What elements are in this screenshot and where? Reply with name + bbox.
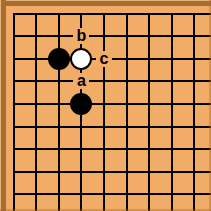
board-grid: bca: [2, 2, 211, 211]
grid-vline: [171, 115, 173, 138]
grid-vline: [126, 183, 128, 206]
board-point: [47, 25, 70, 48]
board-point: [25, 70, 48, 93]
grid-vline: [13, 115, 15, 138]
grid-vline: [193, 183, 195, 206]
board-point: [183, 93, 206, 116]
grid-vline: [58, 183, 60, 206]
board-point: c: [93, 47, 116, 70]
board-point: a: [70, 70, 93, 93]
white-stone: [70, 48, 92, 70]
grid-vline: [58, 160, 60, 183]
board-point: [93, 93, 116, 116]
grid-vline: [103, 160, 105, 183]
grid-vline: [126, 13, 128, 25]
board-point: [183, 183, 206, 206]
board-point: [183, 70, 206, 93]
black-stone: [70, 93, 92, 115]
board-crop-shade-bottom: [0, 209, 211, 211]
grid-vline: [126, 25, 128, 48]
grid-vline: [126, 115, 128, 138]
grid-vline: [58, 25, 60, 48]
board-point: [47, 138, 70, 161]
board-point: [47, 47, 70, 70]
board-point: [138, 70, 161, 93]
board-point: [138, 93, 161, 116]
board-point: [183, 47, 206, 70]
board-point: [25, 47, 48, 70]
grid-vline: [126, 47, 128, 70]
board-point: [138, 47, 161, 70]
grid-vline: [171, 47, 173, 70]
board-point: [138, 25, 161, 48]
grid-vline: [193, 70, 195, 93]
board-edge-top: [0, 0, 211, 6]
go-board-diagram: bca: [0, 0, 211, 211]
board-point: [115, 93, 138, 116]
board-point: [25, 138, 48, 161]
board-point: [160, 115, 183, 138]
board-point: [160, 138, 183, 161]
board-point: [160, 47, 183, 70]
grid-vline: [126, 138, 128, 161]
board-point: [160, 93, 183, 116]
board-point: [25, 160, 48, 183]
grid-vline: [58, 13, 60, 25]
grid-vline: [103, 138, 105, 161]
grid-vline: [35, 183, 37, 206]
point-label-b: b: [73, 28, 89, 44]
board-edge-left: [0, 0, 6, 211]
board-point: [160, 183, 183, 206]
board-point: [93, 25, 116, 48]
grid-vline: [193, 25, 195, 48]
board-point: [183, 160, 206, 183]
grid-vline: [35, 70, 37, 93]
grid-vline: [126, 70, 128, 93]
grid-vline: [58, 70, 60, 93]
board-point: [183, 115, 206, 138]
grid-vline: [148, 25, 150, 48]
board-point: [115, 115, 138, 138]
black-stone: [48, 48, 70, 70]
grid-vline: [171, 183, 173, 206]
grid-vline: [80, 160, 82, 183]
grid-vline: [171, 138, 173, 161]
grid-vline: [148, 13, 150, 25]
grid-vline: [58, 138, 60, 161]
board-point: [25, 115, 48, 138]
grid-vline: [193, 47, 195, 70]
grid-vline: [171, 13, 173, 25]
board-point: [115, 25, 138, 48]
board-point: [138, 138, 161, 161]
grid-vline: [13, 13, 15, 25]
grid-vline: [148, 47, 150, 70]
grid-vline: [13, 25, 15, 48]
board-point: [93, 70, 116, 93]
board-point: [47, 93, 70, 116]
grid-vline: [80, 13, 82, 25]
grid-vline: [171, 93, 173, 116]
grid-vline: [148, 70, 150, 93]
grid-vline: [171, 160, 173, 183]
grid-vline: [103, 183, 105, 206]
grid-vline: [193, 13, 195, 25]
grid-vline: [35, 138, 37, 161]
grid-vline: [35, 93, 37, 116]
grid-vline: [80, 138, 82, 161]
board-point: [115, 47, 138, 70]
grid-vline: [103, 93, 105, 116]
board-point: [25, 183, 48, 206]
grid-vline: [193, 93, 195, 116]
grid-vline: [35, 160, 37, 183]
board-point: [70, 115, 93, 138]
board-point: [183, 138, 206, 161]
board-point: [160, 25, 183, 48]
board-point: [115, 70, 138, 93]
grid-vline: [126, 93, 128, 116]
grid-vline: [13, 160, 15, 183]
grid-vline: [80, 183, 82, 206]
board-point: [93, 138, 116, 161]
board-point: [138, 183, 161, 206]
board-point: [47, 70, 70, 93]
grid-vline: [13, 47, 15, 70]
board-point: [70, 93, 93, 116]
board-point: b: [70, 25, 93, 48]
board-point: [115, 138, 138, 161]
board-point: [138, 115, 161, 138]
grid-vline: [13, 93, 15, 116]
board-point: [47, 160, 70, 183]
grid-vline: [58, 115, 60, 138]
grid-vline: [148, 183, 150, 206]
grid-vline: [148, 138, 150, 161]
grid-vline: [103, 70, 105, 93]
point-label-c: c: [96, 51, 112, 67]
board-point: [183, 25, 206, 48]
grid-vline: [103, 13, 105, 25]
grid-vline: [171, 25, 173, 48]
board-point: [93, 183, 116, 206]
grid-vline: [148, 93, 150, 116]
board-point: [25, 93, 48, 116]
grid-vline: [80, 115, 82, 138]
grid-vline: [148, 115, 150, 138]
board-point: [93, 115, 116, 138]
board-point: [160, 70, 183, 93]
grid-vline: [103, 115, 105, 138]
board-point: [47, 115, 70, 138]
point-label-a: a: [73, 73, 89, 89]
board-point: [70, 138, 93, 161]
grid-vline: [13, 183, 15, 206]
board-point: [70, 183, 93, 206]
grid-vline: [193, 160, 195, 183]
grid-vline: [13, 138, 15, 161]
board-point: [70, 47, 93, 70]
grid-vline: [35, 25, 37, 48]
grid-vline: [148, 160, 150, 183]
grid-vline: [35, 47, 37, 70]
grid-vline: [193, 115, 195, 138]
grid-vline: [13, 70, 15, 93]
grid-vline: [193, 138, 195, 161]
board-crop-shade-right: [209, 0, 211, 211]
board-point: [138, 160, 161, 183]
board-point: [115, 183, 138, 206]
board-point: [70, 160, 93, 183]
board-point: [115, 160, 138, 183]
grid-vline: [58, 93, 60, 116]
board-point: [47, 183, 70, 206]
grid-vline: [35, 13, 37, 25]
board-point: [25, 25, 48, 48]
board-point: [93, 160, 116, 183]
board-point: [160, 160, 183, 183]
grid-vline: [103, 25, 105, 48]
grid-vline: [171, 70, 173, 93]
grid-vline: [35, 115, 37, 138]
grid-vline: [126, 160, 128, 183]
